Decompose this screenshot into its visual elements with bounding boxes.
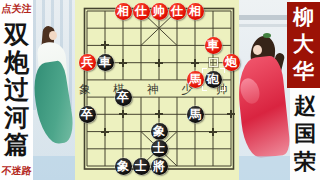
piece-glyph: 帅 [153, 3, 165, 20]
piece-glyph: 車 [99, 54, 111, 71]
player-banner-top: 柳大华 [287, 2, 320, 88]
piece-red-f7r2[interactable]: 車 [205, 37, 222, 54]
xiangqi-board: 象棋神少帅 相仕帅仕相車兵炮馬車砲卒卒馬象士象士將 [75, 0, 239, 180]
piece-red-f5r0[interactable]: 仕 [169, 3, 186, 20]
piece-black-f4r8[interactable]: 士 [151, 140, 168, 157]
window-beam-decoration [239, 15, 290, 20]
piece-red-f0r3[interactable]: 兵 [79, 54, 96, 71]
player-banner-bottom: 赵国荣 [290, 90, 320, 180]
piece-glyph: 象 [153, 123, 165, 140]
piece-glyph: 將 [153, 158, 165, 175]
last-move-from-marker [209, 58, 218, 67]
piece-black-f2r9[interactable]: 象 [115, 158, 132, 175]
left-woman-face [49, 31, 57, 40]
piece-glyph: 相 [189, 3, 201, 20]
window-beam-decoration [239, 24, 290, 27]
piece-glyph: 士 [153, 140, 165, 157]
point-marker [155, 59, 163, 67]
left-woman-illustration [33, 0, 75, 180]
player-name-bottom: 赵国荣 [290, 92, 320, 176]
piece-glyph: 炮 [225, 54, 237, 71]
piece-glyph: 馬 [189, 71, 201, 88]
board-layer: 相仕帅仕相車兵炮馬車砲卒卒馬象士象士將 [75, 0, 239, 180]
right-woman-hair-ornament [263, 33, 271, 38]
piece-glyph: 象 [117, 158, 129, 175]
piece-black-f4r9[interactable]: 將 [151, 158, 168, 175]
floor-decoration [33, 156, 75, 180]
right-woman-face [253, 45, 262, 55]
piece-glyph: 卒 [117, 89, 129, 106]
piece-red-f8r3[interactable]: 炮 [223, 54, 240, 71]
piece-red-f3r0[interactable]: 仕 [133, 3, 150, 20]
piece-glyph: 仕 [135, 3, 147, 20]
last-move-highlight-corner [202, 68, 207, 73]
cta-dont-get-lost-label: 不迷路 [0, 164, 34, 178]
piece-black-f3r9[interactable]: 士 [133, 158, 150, 175]
piece-glyph: 馬 [189, 106, 201, 123]
piece-red-f2r0[interactable]: 相 [115, 3, 132, 20]
piece-black-f2r5[interactable]: 卒 [115, 89, 132, 106]
piece-red-f6r0[interactable]: 相 [187, 3, 204, 20]
point-marker [191, 59, 199, 67]
player-name-top: 柳大华 [287, 4, 320, 85]
piece-black-f6r6[interactable]: 馬 [187, 106, 204, 123]
piece-glyph: 砲 [207, 71, 219, 88]
piece-glyph: 相 [117, 3, 129, 20]
floor-decoration [239, 156, 290, 180]
piece-black-f1r3[interactable]: 車 [97, 54, 114, 71]
point-marker [227, 110, 235, 118]
left-caption-panel: 点关注 双炮过河篇 不迷路 [0, 0, 33, 180]
last-move-highlight-corner [220, 86, 225, 91]
piece-glyph: 士 [135, 158, 147, 175]
piece-glyph: 仕 [171, 3, 183, 20]
video-thumbnail: 点关注 双炮过河篇 不迷路 象棋神少帅 相仕帅仕相車兵炮馬車砲卒卒馬象士象士將 [0, 0, 320, 180]
last-move-highlight-corner [220, 68, 225, 73]
piece-black-f7r4[interactable]: 砲 [205, 71, 222, 88]
piece-black-f0r6[interactable]: 卒 [79, 106, 96, 123]
right-woman-illustration [239, 0, 290, 180]
point-marker [119, 110, 127, 118]
piece-glyph: 兵 [81, 54, 93, 71]
series-title: 双炮过河篇 [0, 21, 33, 159]
point-marker [119, 59, 127, 67]
point-marker [155, 110, 163, 118]
piece-black-f4r7[interactable]: 象 [151, 123, 168, 140]
piece-red-f4r0[interactable]: 帅 [151, 3, 168, 20]
point-marker [101, 41, 109, 49]
cta-follow-label: 点关注 [0, 2, 34, 16]
piece-glyph: 車 [207, 37, 219, 54]
piece-glyph: 卒 [81, 106, 93, 123]
point-marker [209, 128, 217, 136]
point-marker [101, 128, 109, 136]
last-move-highlight-corner [202, 86, 207, 91]
right-woman-red-robe [239, 55, 290, 159]
